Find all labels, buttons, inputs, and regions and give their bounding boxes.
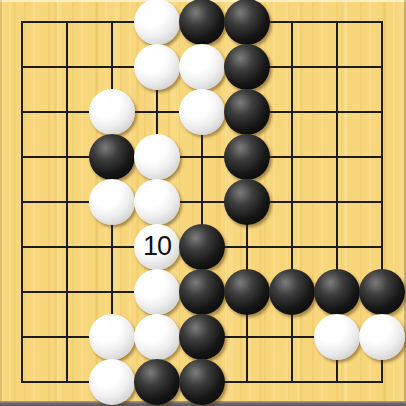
white-stone[interactable] <box>89 89 135 135</box>
board-intersection[interactable] <box>315 45 360 90</box>
board-intersection[interactable] <box>0 135 45 180</box>
board-intersection[interactable] <box>270 315 315 360</box>
board-intersection[interactable] <box>315 270 360 315</box>
board-intersection[interactable] <box>45 270 90 315</box>
board-intersection[interactable] <box>90 135 135 180</box>
white-stone[interactable] <box>179 89 225 135</box>
board-intersection[interactable] <box>360 45 405 90</box>
white-stone[interactable] <box>179 44 225 90</box>
board-intersection[interactable] <box>315 90 360 135</box>
board-intersection[interactable] <box>45 0 90 45</box>
board-intersection[interactable] <box>180 360 225 405</box>
board-intersection[interactable] <box>0 225 45 270</box>
black-stone[interactable] <box>359 269 405 315</box>
board-intersection[interactable] <box>180 180 225 225</box>
white-stone[interactable] <box>134 44 180 90</box>
board-intersection[interactable] <box>360 225 405 270</box>
white-stone[interactable] <box>134 0 180 45</box>
white-stone[interactable] <box>134 179 180 225</box>
board-intersection[interactable] <box>270 180 315 225</box>
board-intersection[interactable] <box>0 90 45 135</box>
board-intersection[interactable] <box>180 90 225 135</box>
board-intersection[interactable] <box>225 360 270 405</box>
board-intersection[interactable] <box>270 45 315 90</box>
board-intersection[interactable] <box>315 225 360 270</box>
board-intersection[interactable] <box>360 270 405 315</box>
board-intersection[interactable] <box>0 45 45 90</box>
black-stone[interactable] <box>179 359 225 405</box>
board-intersection[interactable]: 10 <box>135 225 180 270</box>
board-intersection[interactable] <box>270 225 315 270</box>
board-intersection[interactable] <box>270 360 315 405</box>
black-stone[interactable] <box>224 0 270 45</box>
black-stone[interactable] <box>224 269 270 315</box>
board-intersection[interactable] <box>0 180 45 225</box>
board-intersection[interactable] <box>315 360 360 405</box>
board-intersection[interactable] <box>0 270 45 315</box>
board-intersection[interactable] <box>360 180 405 225</box>
black-stone[interactable] <box>269 269 315 315</box>
white-stone[interactable] <box>134 314 180 360</box>
black-stone[interactable] <box>179 314 225 360</box>
board-intersection[interactable] <box>315 135 360 180</box>
board-intersection[interactable] <box>90 90 135 135</box>
board-intersection[interactable] <box>315 180 360 225</box>
white-stone[interactable] <box>134 269 180 315</box>
board-intersection[interactable] <box>225 225 270 270</box>
board-intersection[interactable] <box>135 45 180 90</box>
board-intersection[interactable] <box>270 90 315 135</box>
white-stone[interactable] <box>314 314 360 360</box>
board-intersection[interactable] <box>270 0 315 45</box>
board-intersection[interactable] <box>90 225 135 270</box>
board-intersection[interactable] <box>315 0 360 45</box>
white-stone[interactable] <box>359 314 405 360</box>
white-stone[interactable] <box>89 359 135 405</box>
board-intersection[interactable] <box>180 315 225 360</box>
board-intersections: 10 <box>0 0 405 405</box>
board-intersection[interactable] <box>225 180 270 225</box>
board-intersection[interactable] <box>90 360 135 405</box>
board-intersection[interactable] <box>0 0 45 45</box>
board-intersection[interactable] <box>360 90 405 135</box>
black-stone[interactable] <box>224 179 270 225</box>
board-intersection[interactable] <box>180 135 225 180</box>
board-intersection[interactable] <box>45 225 90 270</box>
board-intersection[interactable] <box>90 45 135 90</box>
board-intersection[interactable] <box>360 0 405 45</box>
black-stone[interactable] <box>224 89 270 135</box>
black-stone[interactable] <box>179 0 225 45</box>
board-intersection[interactable] <box>135 315 180 360</box>
black-stone[interactable] <box>224 44 270 90</box>
white-stone[interactable] <box>89 179 135 225</box>
board-intersection[interactable] <box>225 0 270 45</box>
board-intersection[interactable] <box>270 270 315 315</box>
board-intersection[interactable] <box>180 225 225 270</box>
go-board[interactable]: 10 <box>0 0 406 406</box>
board-intersection[interactable] <box>135 0 180 45</box>
black-stone[interactable] <box>179 269 225 315</box>
board-intersection[interactable] <box>0 360 45 405</box>
board-intersection[interactable] <box>225 90 270 135</box>
black-stone[interactable] <box>314 269 360 315</box>
white-stone-move-10[interactable]: 10 <box>134 224 180 270</box>
board-intersection[interactable] <box>135 360 180 405</box>
board-intersection[interactable] <box>90 0 135 45</box>
board-intersection[interactable] <box>45 135 90 180</box>
black-stone[interactable] <box>134 359 180 405</box>
board-intersection[interactable] <box>0 315 45 360</box>
board-intersection[interactable] <box>225 45 270 90</box>
black-stone[interactable] <box>179 224 225 270</box>
board-intersection[interactable] <box>270 135 315 180</box>
board-intersection[interactable] <box>315 315 360 360</box>
board-intersection[interactable] <box>225 315 270 360</box>
board-intersection[interactable] <box>45 315 90 360</box>
black-stone[interactable] <box>224 134 270 180</box>
board-intersection[interactable] <box>135 180 180 225</box>
board-intersection[interactable] <box>180 0 225 45</box>
board-intersection[interactable] <box>180 45 225 90</box>
board-intersection[interactable] <box>225 135 270 180</box>
board-intersection[interactable] <box>45 45 90 90</box>
board-intersection[interactable] <box>360 360 405 405</box>
board-intersection[interactable] <box>225 270 270 315</box>
board-intersection[interactable] <box>45 90 90 135</box>
board-intersection[interactable] <box>135 270 180 315</box>
black-stone[interactable] <box>89 134 135 180</box>
board-intersection[interactable] <box>360 315 405 360</box>
board-intersection[interactable] <box>90 270 135 315</box>
board-intersection[interactable] <box>90 315 135 360</box>
white-stone[interactable] <box>89 314 135 360</box>
board-intersection[interactable] <box>135 90 180 135</box>
board-intersection[interactable] <box>45 180 90 225</box>
move-number-label: 10 <box>143 233 171 260</box>
board-intersection[interactable] <box>135 135 180 180</box>
board-intersection[interactable] <box>90 180 135 225</box>
board-intersection[interactable] <box>360 135 405 180</box>
board-intersection[interactable] <box>180 270 225 315</box>
board-intersection[interactable] <box>45 360 90 405</box>
white-stone[interactable] <box>134 134 180 180</box>
